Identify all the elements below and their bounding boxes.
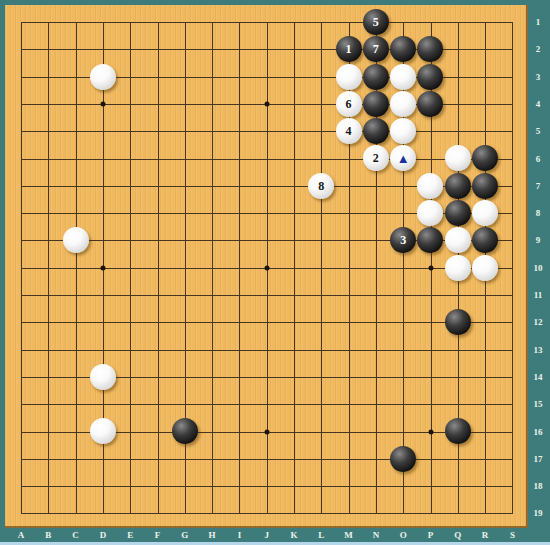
intersection-D16[interactable] bbox=[89, 418, 116, 445]
intersection-Q12[interactable] bbox=[444, 309, 471, 336]
intersection-C16[interactable] bbox=[62, 418, 89, 445]
intersection-H15[interactable] bbox=[198, 391, 225, 418]
intersection-Q19[interactable] bbox=[444, 500, 471, 527]
intersection-H13[interactable] bbox=[198, 336, 225, 363]
intersection-S15[interactable] bbox=[499, 391, 526, 418]
intersection-D10[interactable] bbox=[89, 254, 116, 281]
intersection-J12[interactable] bbox=[253, 309, 280, 336]
intersection-A4[interactable] bbox=[7, 90, 34, 117]
intersection-E11[interactable] bbox=[117, 281, 144, 308]
intersection-P15[interactable] bbox=[417, 391, 444, 418]
intersection-H4[interactable] bbox=[198, 90, 225, 117]
intersection-Q17[interactable] bbox=[444, 445, 471, 472]
black-stone-Q12[interactable] bbox=[445, 309, 471, 335]
intersection-I13[interactable] bbox=[226, 336, 253, 363]
intersection-D4[interactable] bbox=[89, 90, 116, 117]
intersection-P6[interactable] bbox=[417, 145, 444, 172]
intersection-A6[interactable] bbox=[7, 145, 34, 172]
intersection-R12[interactable] bbox=[471, 309, 498, 336]
intersection-E8[interactable] bbox=[117, 199, 144, 226]
intersection-R19[interactable] bbox=[471, 500, 498, 527]
intersection-L17[interactable] bbox=[308, 445, 335, 472]
intersection-L12[interactable] bbox=[308, 309, 335, 336]
intersection-C2[interactable] bbox=[62, 36, 89, 63]
intersection-B14[interactable] bbox=[35, 363, 62, 390]
intersection-H12[interactable] bbox=[198, 309, 225, 336]
intersection-A11[interactable] bbox=[7, 281, 34, 308]
intersection-E3[interactable] bbox=[117, 63, 144, 90]
intersection-S4[interactable] bbox=[499, 90, 526, 117]
intersection-G19[interactable] bbox=[171, 500, 198, 527]
intersection-K10[interactable] bbox=[280, 254, 307, 281]
intersection-O7[interactable] bbox=[390, 172, 417, 199]
intersection-J7[interactable] bbox=[253, 172, 280, 199]
intersection-C12[interactable] bbox=[62, 309, 89, 336]
intersection-N18[interactable] bbox=[362, 472, 389, 499]
intersection-I3[interactable] bbox=[226, 63, 253, 90]
white-stone-P7[interactable] bbox=[417, 173, 443, 199]
intersection-F7[interactable] bbox=[144, 172, 171, 199]
intersection-B9[interactable] bbox=[35, 227, 62, 254]
intersection-B10[interactable] bbox=[35, 254, 62, 281]
intersection-N5[interactable] bbox=[362, 118, 389, 145]
intersection-P14[interactable] bbox=[417, 363, 444, 390]
intersection-S2[interactable] bbox=[499, 36, 526, 63]
intersection-P13[interactable] bbox=[417, 336, 444, 363]
intersection-J19[interactable] bbox=[253, 500, 280, 527]
intersection-L2[interactable] bbox=[308, 36, 335, 63]
intersection-S12[interactable] bbox=[499, 309, 526, 336]
intersection-M6[interactable] bbox=[335, 145, 362, 172]
intersection-G14[interactable] bbox=[171, 363, 198, 390]
intersection-O1[interactable] bbox=[390, 8, 417, 35]
intersection-E13[interactable] bbox=[117, 336, 144, 363]
intersection-R8[interactable] bbox=[471, 199, 498, 226]
intersection-M14[interactable] bbox=[335, 363, 362, 390]
white-stone-M3[interactable] bbox=[336, 64, 362, 90]
black-stone-Q16[interactable] bbox=[445, 418, 471, 444]
intersection-N7[interactable] bbox=[362, 172, 389, 199]
intersection-N8[interactable] bbox=[362, 199, 389, 226]
intersection-Q4[interactable] bbox=[444, 90, 471, 117]
black-stone-Q7[interactable] bbox=[445, 173, 471, 199]
intersection-D13[interactable] bbox=[89, 336, 116, 363]
intersection-D5[interactable] bbox=[89, 118, 116, 145]
black-stone-M2[interactable]: 1 bbox=[336, 36, 362, 62]
intersection-M19[interactable] bbox=[335, 500, 362, 527]
intersection-J15[interactable] bbox=[253, 391, 280, 418]
intersection-A5[interactable] bbox=[7, 118, 34, 145]
intersection-L14[interactable] bbox=[308, 363, 335, 390]
intersection-N14[interactable] bbox=[362, 363, 389, 390]
intersection-E4[interactable] bbox=[117, 90, 144, 117]
intersection-R5[interactable] bbox=[471, 118, 498, 145]
intersection-I5[interactable] bbox=[226, 118, 253, 145]
intersection-F6[interactable] bbox=[144, 145, 171, 172]
intersection-J14[interactable] bbox=[253, 363, 280, 390]
intersection-N4[interactable] bbox=[362, 90, 389, 117]
intersection-P2[interactable] bbox=[417, 36, 444, 63]
intersection-S5[interactable] bbox=[499, 118, 526, 145]
intersection-E5[interactable] bbox=[117, 118, 144, 145]
white-stone-L7[interactable]: 8 bbox=[308, 173, 334, 199]
intersection-H7[interactable] bbox=[198, 172, 225, 199]
intersection-B4[interactable] bbox=[35, 90, 62, 117]
intersection-B19[interactable] bbox=[35, 500, 62, 527]
intersection-E19[interactable] bbox=[117, 500, 144, 527]
intersection-O3[interactable] bbox=[390, 63, 417, 90]
intersection-K5[interactable] bbox=[280, 118, 307, 145]
intersection-A16[interactable] bbox=[7, 418, 34, 445]
intersection-M18[interactable] bbox=[335, 472, 362, 499]
intersection-M13[interactable] bbox=[335, 336, 362, 363]
intersection-A15[interactable] bbox=[7, 391, 34, 418]
intersection-L3[interactable] bbox=[308, 63, 335, 90]
intersection-I15[interactable] bbox=[226, 391, 253, 418]
intersection-K18[interactable] bbox=[280, 472, 307, 499]
intersection-L11[interactable] bbox=[308, 281, 335, 308]
intersection-B11[interactable] bbox=[35, 281, 62, 308]
white-stone-O4[interactable] bbox=[390, 91, 416, 117]
intersection-Q13[interactable] bbox=[444, 336, 471, 363]
intersection-S7[interactable] bbox=[499, 172, 526, 199]
intersection-A9[interactable] bbox=[7, 227, 34, 254]
intersection-J2[interactable] bbox=[253, 36, 280, 63]
intersection-H19[interactable] bbox=[198, 500, 225, 527]
intersection-C17[interactable] bbox=[62, 445, 89, 472]
intersection-A7[interactable] bbox=[7, 172, 34, 199]
intersection-R17[interactable] bbox=[471, 445, 498, 472]
intersection-G7[interactable] bbox=[171, 172, 198, 199]
intersection-S16[interactable] bbox=[499, 418, 526, 445]
intersection-G1[interactable] bbox=[171, 8, 198, 35]
intersection-O9[interactable]: 3 bbox=[390, 227, 417, 254]
white-stone-M4[interactable]: 6 bbox=[336, 91, 362, 117]
intersection-O2[interactable] bbox=[390, 36, 417, 63]
intersection-H1[interactable] bbox=[198, 8, 225, 35]
black-stone-N2[interactable]: 7 bbox=[363, 36, 389, 62]
intersection-M7[interactable] bbox=[335, 172, 362, 199]
intersection-E7[interactable] bbox=[117, 172, 144, 199]
intersection-C14[interactable] bbox=[62, 363, 89, 390]
intersection-H11[interactable] bbox=[198, 281, 225, 308]
intersection-F12[interactable] bbox=[144, 309, 171, 336]
intersection-C10[interactable] bbox=[62, 254, 89, 281]
intersection-K17[interactable] bbox=[280, 445, 307, 472]
intersection-J3[interactable] bbox=[253, 63, 280, 90]
intersection-L19[interactable] bbox=[308, 500, 335, 527]
intersection-B12[interactable] bbox=[35, 309, 62, 336]
intersection-K19[interactable] bbox=[280, 500, 307, 527]
intersection-C3[interactable] bbox=[62, 63, 89, 90]
black-stone-N1[interactable]: 5 bbox=[363, 9, 389, 35]
intersection-F4[interactable] bbox=[144, 90, 171, 117]
intersection-R16[interactable] bbox=[471, 418, 498, 445]
intersection-P1[interactable] bbox=[417, 8, 444, 35]
intersection-R1[interactable] bbox=[471, 8, 498, 35]
intersection-D1[interactable] bbox=[89, 8, 116, 35]
intersection-P18[interactable] bbox=[417, 472, 444, 499]
intersection-Q5[interactable] bbox=[444, 118, 471, 145]
intersection-K7[interactable] bbox=[280, 172, 307, 199]
intersection-E18[interactable] bbox=[117, 472, 144, 499]
intersection-J18[interactable] bbox=[253, 472, 280, 499]
intersection-L16[interactable] bbox=[308, 418, 335, 445]
intersection-G18[interactable] bbox=[171, 472, 198, 499]
intersection-G15[interactable] bbox=[171, 391, 198, 418]
intersection-D11[interactable] bbox=[89, 281, 116, 308]
intersection-E16[interactable] bbox=[117, 418, 144, 445]
intersection-H17[interactable] bbox=[198, 445, 225, 472]
intersection-O16[interactable] bbox=[390, 418, 417, 445]
white-stone-R10[interactable] bbox=[472, 255, 498, 281]
black-stone-P2[interactable] bbox=[417, 36, 443, 62]
intersection-B2[interactable] bbox=[35, 36, 62, 63]
intersection-L4[interactable] bbox=[308, 90, 335, 117]
intersection-C18[interactable] bbox=[62, 472, 89, 499]
intersection-L6[interactable] bbox=[308, 145, 335, 172]
intersection-H8[interactable] bbox=[198, 199, 225, 226]
intersection-B3[interactable] bbox=[35, 63, 62, 90]
intersection-D14[interactable] bbox=[89, 363, 116, 390]
intersection-M17[interactable] bbox=[335, 445, 362, 472]
intersection-B13[interactable] bbox=[35, 336, 62, 363]
intersection-A12[interactable] bbox=[7, 309, 34, 336]
intersection-H6[interactable] bbox=[198, 145, 225, 172]
intersection-N1[interactable]: 5 bbox=[362, 8, 389, 35]
intersection-O11[interactable] bbox=[390, 281, 417, 308]
intersection-F5[interactable] bbox=[144, 118, 171, 145]
intersection-C1[interactable] bbox=[62, 8, 89, 35]
intersection-P11[interactable] bbox=[417, 281, 444, 308]
intersection-E17[interactable] bbox=[117, 445, 144, 472]
intersection-O8[interactable] bbox=[390, 199, 417, 226]
intersection-I9[interactable] bbox=[226, 227, 253, 254]
black-stone-O2[interactable] bbox=[390, 36, 416, 62]
intersection-C8[interactable] bbox=[62, 199, 89, 226]
intersection-J17[interactable] bbox=[253, 445, 280, 472]
intersection-F8[interactable] bbox=[144, 199, 171, 226]
intersection-H9[interactable] bbox=[198, 227, 225, 254]
intersection-E15[interactable] bbox=[117, 391, 144, 418]
intersection-F1[interactable] bbox=[144, 8, 171, 35]
intersection-I16[interactable] bbox=[226, 418, 253, 445]
intersection-E10[interactable] bbox=[117, 254, 144, 281]
intersection-C9[interactable] bbox=[62, 227, 89, 254]
intersection-R11[interactable] bbox=[471, 281, 498, 308]
intersection-O18[interactable] bbox=[390, 472, 417, 499]
intersection-J13[interactable] bbox=[253, 336, 280, 363]
intersection-G10[interactable] bbox=[171, 254, 198, 281]
intersection-M10[interactable] bbox=[335, 254, 362, 281]
intersection-N6[interactable]: 2 bbox=[362, 145, 389, 172]
intersection-J1[interactable] bbox=[253, 8, 280, 35]
black-stone-N3[interactable] bbox=[363, 64, 389, 90]
white-stone-N6[interactable]: 2 bbox=[363, 145, 389, 171]
intersection-H5[interactable] bbox=[198, 118, 225, 145]
intersection-I14[interactable] bbox=[226, 363, 253, 390]
intersection-F14[interactable] bbox=[144, 363, 171, 390]
intersection-R14[interactable] bbox=[471, 363, 498, 390]
intersection-I6[interactable] bbox=[226, 145, 253, 172]
intersection-S10[interactable] bbox=[499, 254, 526, 281]
intersection-L5[interactable] bbox=[308, 118, 335, 145]
intersection-I1[interactable] bbox=[226, 8, 253, 35]
black-stone-N5[interactable] bbox=[363, 118, 389, 144]
intersection-P12[interactable] bbox=[417, 309, 444, 336]
intersection-B8[interactable] bbox=[35, 199, 62, 226]
intersection-B15[interactable] bbox=[35, 391, 62, 418]
intersection-N13[interactable] bbox=[362, 336, 389, 363]
intersection-L8[interactable] bbox=[308, 199, 335, 226]
intersection-B5[interactable] bbox=[35, 118, 62, 145]
intersection-R2[interactable] bbox=[471, 36, 498, 63]
intersection-S9[interactable] bbox=[499, 227, 526, 254]
intersection-G8[interactable] bbox=[171, 199, 198, 226]
intersection-Q14[interactable] bbox=[444, 363, 471, 390]
intersection-R7[interactable] bbox=[471, 172, 498, 199]
intersection-B1[interactable] bbox=[35, 8, 62, 35]
intersection-F10[interactable] bbox=[144, 254, 171, 281]
intersection-K6[interactable] bbox=[280, 145, 307, 172]
intersection-K12[interactable] bbox=[280, 309, 307, 336]
intersection-M12[interactable] bbox=[335, 309, 362, 336]
intersection-M16[interactable] bbox=[335, 418, 362, 445]
intersection-Q6[interactable] bbox=[444, 145, 471, 172]
intersection-S1[interactable] bbox=[499, 8, 526, 35]
intersection-F11[interactable] bbox=[144, 281, 171, 308]
intersection-M8[interactable] bbox=[335, 199, 362, 226]
intersection-L15[interactable] bbox=[308, 391, 335, 418]
intersection-O17[interactable] bbox=[390, 445, 417, 472]
black-stone-P9[interactable] bbox=[417, 227, 443, 253]
intersection-F2[interactable] bbox=[144, 36, 171, 63]
intersection-G4[interactable] bbox=[171, 90, 198, 117]
intersection-R3[interactable] bbox=[471, 63, 498, 90]
intersection-G2[interactable] bbox=[171, 36, 198, 63]
intersection-Q1[interactable] bbox=[444, 8, 471, 35]
intersection-N12[interactable] bbox=[362, 309, 389, 336]
intersection-B16[interactable] bbox=[35, 418, 62, 445]
intersection-P8[interactable] bbox=[417, 199, 444, 226]
intersection-Q9[interactable] bbox=[444, 227, 471, 254]
intersection-D3[interactable] bbox=[89, 63, 116, 90]
intersection-I18[interactable] bbox=[226, 472, 253, 499]
intersection-G5[interactable] bbox=[171, 118, 198, 145]
intersection-N2[interactable]: 7 bbox=[362, 36, 389, 63]
intersection-N9[interactable] bbox=[362, 227, 389, 254]
intersection-R18[interactable] bbox=[471, 472, 498, 499]
intersection-C5[interactable] bbox=[62, 118, 89, 145]
intersection-A1[interactable] bbox=[7, 8, 34, 35]
intersection-N17[interactable] bbox=[362, 445, 389, 472]
intersection-F13[interactable] bbox=[144, 336, 171, 363]
intersection-L1[interactable] bbox=[308, 8, 335, 35]
black-stone-O17[interactable] bbox=[390, 446, 416, 472]
black-stone-Q8[interactable] bbox=[445, 200, 471, 226]
intersection-D7[interactable] bbox=[89, 172, 116, 199]
black-stone-R7[interactable] bbox=[472, 173, 498, 199]
intersection-O13[interactable] bbox=[390, 336, 417, 363]
intersection-J11[interactable] bbox=[253, 281, 280, 308]
intersection-I19[interactable] bbox=[226, 500, 253, 527]
intersection-O6[interactable]: ▲ bbox=[390, 145, 417, 172]
intersection-K11[interactable] bbox=[280, 281, 307, 308]
white-stone-R8[interactable] bbox=[472, 200, 498, 226]
intersection-K13[interactable] bbox=[280, 336, 307, 363]
intersection-S13[interactable] bbox=[499, 336, 526, 363]
intersection-L18[interactable] bbox=[308, 472, 335, 499]
white-stone-C9[interactable] bbox=[63, 227, 89, 253]
intersection-I8[interactable] bbox=[226, 199, 253, 226]
intersection-F9[interactable] bbox=[144, 227, 171, 254]
black-stone-P3[interactable] bbox=[417, 64, 443, 90]
intersection-M5[interactable]: 4 bbox=[335, 118, 362, 145]
intersection-C4[interactable] bbox=[62, 90, 89, 117]
intersection-L7[interactable]: 8 bbox=[308, 172, 335, 199]
intersection-G16[interactable] bbox=[171, 418, 198, 445]
intersection-K1[interactable] bbox=[280, 8, 307, 35]
intersection-R15[interactable] bbox=[471, 391, 498, 418]
intersection-H2[interactable] bbox=[198, 36, 225, 63]
intersection-K14[interactable] bbox=[280, 363, 307, 390]
intersection-P10[interactable] bbox=[417, 254, 444, 281]
white-stone-D3[interactable] bbox=[90, 64, 116, 90]
intersection-G6[interactable] bbox=[171, 145, 198, 172]
intersection-L13[interactable] bbox=[308, 336, 335, 363]
intersection-M15[interactable] bbox=[335, 391, 362, 418]
white-stone-D14[interactable] bbox=[90, 364, 116, 390]
intersection-D17[interactable] bbox=[89, 445, 116, 472]
intersection-J16[interactable] bbox=[253, 418, 280, 445]
intersection-P7[interactable] bbox=[417, 172, 444, 199]
intersection-M3[interactable] bbox=[335, 63, 362, 90]
intersection-H3[interactable] bbox=[198, 63, 225, 90]
black-stone-G16[interactable] bbox=[172, 418, 198, 444]
intersection-O4[interactable] bbox=[390, 90, 417, 117]
white-stone-O3[interactable] bbox=[390, 64, 416, 90]
intersection-B17[interactable] bbox=[35, 445, 62, 472]
intersection-S11[interactable] bbox=[499, 281, 526, 308]
intersection-D9[interactable] bbox=[89, 227, 116, 254]
intersection-F15[interactable] bbox=[144, 391, 171, 418]
black-stone-P4[interactable] bbox=[417, 91, 443, 117]
intersection-K4[interactable] bbox=[280, 90, 307, 117]
white-stone-Q9[interactable] bbox=[445, 227, 471, 253]
intersection-S6[interactable] bbox=[499, 145, 526, 172]
intersection-A19[interactable] bbox=[7, 500, 34, 527]
intersection-D6[interactable] bbox=[89, 145, 116, 172]
intersection-G11[interactable] bbox=[171, 281, 198, 308]
intersection-G12[interactable] bbox=[171, 309, 198, 336]
intersection-G17[interactable] bbox=[171, 445, 198, 472]
intersection-C11[interactable] bbox=[62, 281, 89, 308]
intersection-P9[interactable] bbox=[417, 227, 444, 254]
intersection-P16[interactable] bbox=[417, 418, 444, 445]
intersection-Q16[interactable] bbox=[444, 418, 471, 445]
intersection-R10[interactable] bbox=[471, 254, 498, 281]
intersection-R6[interactable] bbox=[471, 145, 498, 172]
intersection-J4[interactable] bbox=[253, 90, 280, 117]
intersection-L9[interactable] bbox=[308, 227, 335, 254]
intersection-I17[interactable] bbox=[226, 445, 253, 472]
white-stone-Q6[interactable] bbox=[445, 145, 471, 171]
intersection-I12[interactable] bbox=[226, 309, 253, 336]
intersection-B6[interactable] bbox=[35, 145, 62, 172]
intersection-N16[interactable] bbox=[362, 418, 389, 445]
intersection-N15[interactable] bbox=[362, 391, 389, 418]
intersection-H16[interactable] bbox=[198, 418, 225, 445]
